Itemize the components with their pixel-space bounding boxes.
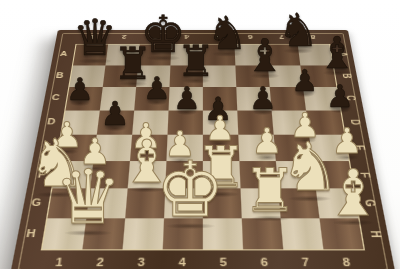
- piece-shadow: [253, 109, 274, 115]
- piece-shadow: [164, 223, 215, 229]
- label-bottom-4: 4: [172, 257, 193, 269]
- piece-black-pawn-a6[interactable]: ♟: [66, 74, 94, 105]
- label-left-H: H: [19, 228, 42, 240]
- chess-photo-stage: 1234567812345678ABCDEFGHABCDEFGH ♛♚♞♞♜♜♝…: [0, 0, 400, 269]
- label-bottom-1: 1: [48, 257, 71, 269]
- piece-shadow: [330, 107, 351, 113]
- piece-shadow: [78, 58, 111, 64]
- label-bottom-5: 5: [213, 257, 234, 269]
- piece-shadow: [250, 73, 280, 79]
- piece-black-pawn-c6[interactable]: ♟: [143, 73, 171, 104]
- piece-black-rook-d7[interactable]: ♜: [177, 40, 216, 83]
- piece-white-bishop-h1[interactable]: ♝: [324, 161, 381, 225]
- label-bottom-3: 3: [130, 257, 152, 269]
- piece-black-pawn-f5[interactable]: ♟: [249, 83, 277, 114]
- label-left-C: C: [46, 94, 65, 103]
- piece-shadow: [70, 100, 91, 106]
- piece-shadow: [212, 51, 243, 57]
- piece-shadow: [63, 230, 113, 236]
- piece-shadow: [295, 91, 315, 97]
- piece-black-queen-a8[interactable]: ♛: [73, 13, 118, 63]
- piece-shadow: [250, 215, 290, 221]
- piece-black-bishop-f7[interactable]: ♝: [245, 33, 285, 78]
- label-bottom-8: 8: [335, 257, 358, 269]
- piece-black-pawn-h5[interactable]: ♟: [326, 81, 354, 112]
- piece-black-pawn-d5[interactable]: ♟: [173, 83, 201, 114]
- piece-white-rook-f1[interactable]: ♜: [243, 160, 297, 220]
- piece-shadow: [332, 220, 374, 226]
- label-bottom-6: 6: [254, 257, 276, 269]
- piece-black-pawn-b5[interactable]: ♟: [100, 97, 130, 130]
- piece-black-bishop-h7[interactable]: ♝: [317, 31, 356, 75]
- piece-white-king-d1[interactable]: ♚: [155, 151, 224, 228]
- piece-shadow: [147, 99, 168, 105]
- piece-black-pawn-g6[interactable]: ♟: [292, 66, 319, 96]
- label-bottom-2: 2: [89, 257, 111, 269]
- label-bottom-7: 7: [294, 257, 316, 269]
- piece-white-pawn-f3[interactable]: ♟: [251, 124, 282, 159]
- piece-white-queen-b1[interactable]: ♛: [54, 160, 121, 235]
- label-left-A: A: [54, 50, 72, 58]
- piece-shadow: [283, 48, 314, 54]
- piece-shadow: [177, 109, 198, 115]
- piece-shadow: [322, 70, 351, 76]
